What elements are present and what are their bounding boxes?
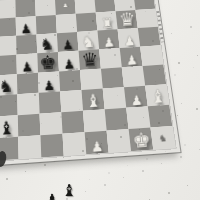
square-e3 — [101, 67, 124, 88]
square-f2 — [124, 86, 148, 108]
square-e2 — [122, 66, 145, 87]
square-g1 — [148, 105, 173, 128]
square-b5 — [56, 14, 77, 33]
square-a6 — [35, 0, 56, 16]
square-e5 — [59, 70, 81, 91]
square-e6 — [38, 71, 60, 92]
square-b2 — [116, 10, 138, 29]
square-e7 — [17, 73, 39, 95]
square-a5 — [55, 0, 76, 15]
square-g5 — [61, 111, 84, 134]
chess-board: ♞♟♜♛♟♞♟♞♟♟♟♚♟♛♟♞♟♝♟♝♝♟♚ — [0, 0, 176, 161]
square-f1 — [145, 84, 169, 106]
knight-crest-icon: ♞ — [151, 126, 176, 150]
square-f8 — [0, 94, 18, 116]
square-b8 — [0, 18, 16, 38]
square-c4 — [77, 31, 99, 51]
board-photo-scene: ♞♟♜♛♟♞♟♞♟♟♟♚♟♛♟♞♟♝♟♝♝♟♚ — [0, 0, 180, 165]
square-c7 — [16, 34, 37, 54]
square-e8 — [0, 74, 17, 96]
square-b7 — [16, 16, 37, 36]
square-d3 — [99, 48, 122, 69]
square-g7 — [18, 114, 41, 137]
square-e1 — [143, 65, 167, 86]
square-f3 — [103, 87, 126, 109]
square-h2 — [129, 128, 154, 152]
square-c3 — [97, 29, 119, 49]
square-h7 — [18, 135, 41, 159]
square-f6 — [39, 91, 62, 113]
square-g8 — [0, 115, 18, 138]
square-c6 — [37, 33, 58, 53]
page-root: ♞♟♜♛♟♞♟♞♟♟♟♚♟♛♟♞♟♝♟♝♝♟♚ ♟♝ — [0, 0, 200, 200]
captured-black-bishop: ♝ — [59, 177, 79, 199]
square-f4 — [81, 89, 104, 111]
square-a7 — [15, 0, 35, 18]
square-a8 — [0, 0, 16, 19]
square-e4 — [80, 69, 103, 90]
square-f7 — [17, 93, 39, 115]
square-h3 — [107, 129, 131, 153]
square-d2 — [120, 47, 143, 68]
square-b1 — [135, 9, 157, 28]
square-d5 — [58, 51, 80, 72]
square-c8 — [0, 36, 17, 56]
square-c1 — [138, 27, 161, 47]
square-h6 — [40, 134, 63, 158]
square-g2 — [126, 106, 150, 129]
square-h4 — [85, 131, 109, 155]
square-g4 — [83, 109, 107, 132]
square-d1 — [140, 45, 163, 66]
square-d8 — [0, 55, 17, 76]
square-g3 — [105, 108, 129, 131]
square-c2 — [118, 28, 141, 48]
square-c5 — [57, 32, 79, 52]
square-d4 — [79, 49, 101, 70]
square-f5 — [60, 90, 83, 112]
square-g6 — [40, 112, 63, 135]
square-b3 — [96, 11, 118, 30]
square-d6 — [37, 52, 59, 73]
square-d7 — [17, 53, 38, 74]
square-h5 — [63, 132, 87, 156]
square-b6 — [36, 15, 57, 34]
square-b4 — [76, 13, 98, 32]
